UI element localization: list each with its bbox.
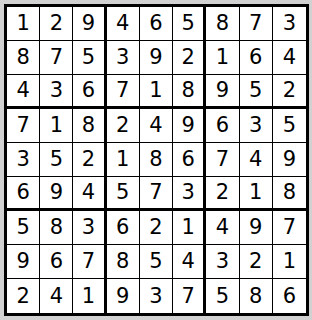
cell-r9c2[interactable]: 4	[40, 279, 73, 313]
cell-r3c1[interactable]: 4	[7, 75, 40, 109]
cell-r3c5[interactable]: 1	[140, 75, 173, 109]
cell-r2c1[interactable]: 8	[7, 41, 40, 75]
cell-r2c9[interactable]: 4	[273, 41, 306, 75]
cell-r3c2[interactable]: 3	[40, 75, 73, 109]
cell-r6c4[interactable]: 5	[107, 177, 140, 211]
cell-r4c5[interactable]: 4	[140, 109, 173, 143]
cell-r7c7[interactable]: 4	[206, 211, 239, 245]
cell-r9c5[interactable]: 3	[140, 279, 173, 313]
cell-r5c6[interactable]: 6	[173, 143, 206, 177]
cell-r4c7[interactable]: 6	[206, 109, 239, 143]
cell-r9c3[interactable]: 1	[73, 279, 106, 313]
cell-r8c8[interactable]: 2	[240, 245, 273, 279]
cell-r5c4[interactable]: 1	[107, 143, 140, 177]
cell-r4c2[interactable]: 1	[40, 109, 73, 143]
cell-r2c4[interactable]: 3	[107, 41, 140, 75]
cell-r4c8[interactable]: 3	[240, 109, 273, 143]
cell-r2c8[interactable]: 6	[240, 41, 273, 75]
cell-r4c4[interactable]: 2	[107, 109, 140, 143]
cell-r1c1[interactable]: 1	[7, 7, 40, 41]
cell-r9c1[interactable]: 2	[7, 279, 40, 313]
cell-r5c2[interactable]: 5	[40, 143, 73, 177]
cell-r6c1[interactable]: 6	[7, 177, 40, 211]
cell-r3c8[interactable]: 5	[240, 75, 273, 109]
cell-r8c2[interactable]: 6	[40, 245, 73, 279]
cell-r8c7[interactable]: 3	[206, 245, 239, 279]
cell-r8c3[interactable]: 7	[73, 245, 106, 279]
sudoku-board: 1294658738753921644367189527182496353521…	[0, 0, 312, 320]
cell-r3c4[interactable]: 7	[107, 75, 140, 109]
cell-r9c9[interactable]: 6	[273, 279, 306, 313]
cell-r1c7[interactable]: 8	[206, 7, 239, 41]
cell-r1c5[interactable]: 6	[140, 7, 173, 41]
cell-r1c2[interactable]: 2	[40, 7, 73, 41]
cell-r1c8[interactable]: 7	[240, 7, 273, 41]
cell-r4c9[interactable]: 5	[273, 109, 306, 143]
cell-r4c3[interactable]: 8	[73, 109, 106, 143]
cell-r7c2[interactable]: 8	[40, 211, 73, 245]
cell-r4c1[interactable]: 7	[7, 109, 40, 143]
cell-r6c8[interactable]: 1	[240, 177, 273, 211]
cell-r6c2[interactable]: 9	[40, 177, 73, 211]
cell-r5c3[interactable]: 2	[73, 143, 106, 177]
cell-r3c3[interactable]: 6	[73, 75, 106, 109]
cell-r6c6[interactable]: 3	[173, 177, 206, 211]
cell-r3c6[interactable]: 8	[173, 75, 206, 109]
cell-r8c5[interactable]: 5	[140, 245, 173, 279]
cell-r7c3[interactable]: 3	[73, 211, 106, 245]
cell-r9c4[interactable]: 9	[107, 279, 140, 313]
cell-r9c7[interactable]: 5	[206, 279, 239, 313]
cell-r7c6[interactable]: 1	[173, 211, 206, 245]
cell-r2c5[interactable]: 9	[140, 41, 173, 75]
cell-r1c4[interactable]: 4	[107, 7, 140, 41]
cell-r8c1[interactable]: 9	[7, 245, 40, 279]
cell-r7c4[interactable]: 6	[107, 211, 140, 245]
cell-r3c9[interactable]: 2	[273, 75, 306, 109]
cell-r5c7[interactable]: 7	[206, 143, 239, 177]
cell-r8c6[interactable]: 4	[173, 245, 206, 279]
cell-r6c3[interactable]: 4	[73, 177, 106, 211]
cell-r2c2[interactable]: 7	[40, 41, 73, 75]
sudoku-grid: 1294658738753921644367189527182496353521…	[4, 4, 309, 316]
cell-r3c7[interactable]: 9	[206, 75, 239, 109]
cell-r7c5[interactable]: 2	[140, 211, 173, 245]
cell-r5c1[interactable]: 3	[7, 143, 40, 177]
cell-r5c5[interactable]: 8	[140, 143, 173, 177]
cell-r6c5[interactable]: 7	[140, 177, 173, 211]
cell-r9c8[interactable]: 8	[240, 279, 273, 313]
cell-r7c9[interactable]: 7	[273, 211, 306, 245]
cell-r6c9[interactable]: 8	[273, 177, 306, 211]
cell-r2c7[interactable]: 1	[206, 41, 239, 75]
cell-r2c6[interactable]: 2	[173, 41, 206, 75]
cell-r1c6[interactable]: 5	[173, 7, 206, 41]
cell-r1c3[interactable]: 9	[73, 7, 106, 41]
cell-r5c9[interactable]: 9	[273, 143, 306, 177]
cell-r1c9[interactable]: 3	[273, 7, 306, 41]
cell-r8c9[interactable]: 1	[273, 245, 306, 279]
cell-r9c6[interactable]: 7	[173, 279, 206, 313]
cell-r5c8[interactable]: 4	[240, 143, 273, 177]
cell-r4c6[interactable]: 9	[173, 109, 206, 143]
cell-r7c8[interactable]: 9	[240, 211, 273, 245]
cell-r6c7[interactable]: 2	[206, 177, 239, 211]
cell-r7c1[interactable]: 5	[7, 211, 40, 245]
cell-r2c3[interactable]: 5	[73, 41, 106, 75]
cell-r8c4[interactable]: 8	[107, 245, 140, 279]
